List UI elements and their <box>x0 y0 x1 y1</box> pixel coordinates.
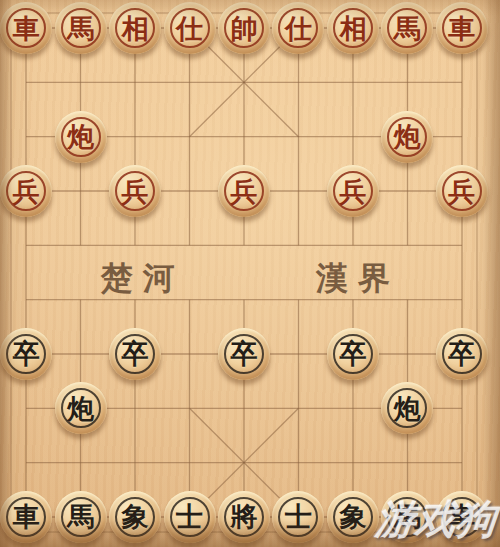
piece-black-chariot[interactable]: 車 <box>0 491 52 543</box>
piece-glyph: 卒 <box>230 340 257 367</box>
piece-red-horse[interactable]: 馬 <box>55 2 107 54</box>
piece-glyph: 馬 <box>67 15 94 42</box>
piece-glyph: 車 <box>13 503 40 530</box>
piece-glyph: 兵 <box>339 178 366 205</box>
piece-black-elephant[interactable]: 象 <box>109 491 161 543</box>
piece-red-general[interactable]: 帥 <box>218 2 270 54</box>
piece-glyph: 卒 <box>122 340 149 367</box>
piece-black-cannon[interactable]: 炮 <box>55 382 107 434</box>
piece-red-chariot[interactable]: 車 <box>436 2 488 54</box>
piece-glyph: 卒 <box>448 340 475 367</box>
piece-grid: 車馬相仕帥仕相馬車炮炮兵兵兵兵兵卒卒卒卒卒炮炮車馬象士將士象馬車 <box>0 1 489 544</box>
piece-glyph: 兵 <box>230 178 257 205</box>
piece-glyph: 兵 <box>122 178 149 205</box>
piece-glyph: 馬 <box>394 15 421 42</box>
piece-red-soldier[interactable]: 兵 <box>109 165 161 217</box>
piece-red-elephant[interactable]: 相 <box>109 2 161 54</box>
piece-glyph: 馬 <box>67 503 94 530</box>
piece-red-soldier[interactable]: 兵 <box>436 165 488 217</box>
xiangqi-board: 楚河 漢界 車馬相仕帥仕相馬車炮炮兵兵兵兵兵卒卒卒卒卒炮炮車馬象士將士象馬車 游… <box>0 0 500 547</box>
piece-glyph: 兵 <box>448 178 475 205</box>
piece-glyph: 士 <box>285 503 312 530</box>
piece-black-horse[interactable]: 馬 <box>55 491 107 543</box>
piece-glyph: 炮 <box>394 395 421 422</box>
piece-black-soldier[interactable]: 卒 <box>218 328 270 380</box>
piece-glyph: 車 <box>448 15 475 42</box>
piece-red-advisor[interactable]: 仕 <box>272 2 324 54</box>
piece-black-advisor[interactable]: 士 <box>164 491 216 543</box>
piece-red-cannon[interactable]: 炮 <box>381 111 433 163</box>
piece-black-elephant[interactable]: 象 <box>327 491 379 543</box>
piece-black-soldier[interactable]: 卒 <box>327 328 379 380</box>
piece-glyph: 炮 <box>67 123 94 150</box>
piece-black-soldier[interactable]: 卒 <box>0 328 52 380</box>
piece-red-chariot[interactable]: 車 <box>0 2 52 54</box>
piece-glyph: 相 <box>122 15 149 42</box>
piece-red-soldier[interactable]: 兵 <box>0 165 52 217</box>
piece-black-general[interactable]: 將 <box>218 491 270 543</box>
piece-glyph: 炮 <box>394 123 421 150</box>
piece-glyph: 將 <box>230 503 257 530</box>
piece-red-elephant[interactable]: 相 <box>327 2 379 54</box>
piece-black-cannon[interactable]: 炮 <box>381 382 433 434</box>
piece-red-advisor[interactable]: 仕 <box>164 2 216 54</box>
piece-glyph: 士 <box>176 503 203 530</box>
piece-black-soldier[interactable]: 卒 <box>109 328 161 380</box>
piece-glyph: 仕 <box>176 15 203 42</box>
piece-glyph: 車 <box>13 15 40 42</box>
piece-red-cannon[interactable]: 炮 <box>55 111 107 163</box>
piece-glyph: 象 <box>122 503 149 530</box>
piece-glyph: 車 <box>448 503 475 530</box>
piece-glyph: 馬 <box>394 503 421 530</box>
piece-glyph: 仕 <box>285 15 312 42</box>
piece-glyph: 卒 <box>339 340 366 367</box>
piece-red-horse[interactable]: 馬 <box>381 2 433 54</box>
piece-red-soldier[interactable]: 兵 <box>218 165 270 217</box>
piece-glyph: 兵 <box>13 178 40 205</box>
piece-black-chariot[interactable]: 車 <box>436 491 488 543</box>
piece-glyph: 卒 <box>13 340 40 367</box>
piece-black-horse[interactable]: 馬 <box>381 491 433 543</box>
piece-black-soldier[interactable]: 卒 <box>436 328 488 380</box>
piece-red-soldier[interactable]: 兵 <box>327 165 379 217</box>
piece-black-advisor[interactable]: 士 <box>272 491 324 543</box>
piece-glyph: 帥 <box>230 15 257 42</box>
piece-glyph: 炮 <box>67 395 94 422</box>
piece-glyph: 相 <box>339 15 366 42</box>
piece-glyph: 象 <box>339 503 366 530</box>
